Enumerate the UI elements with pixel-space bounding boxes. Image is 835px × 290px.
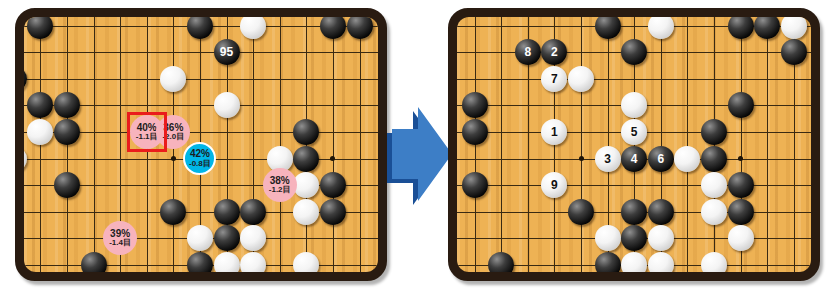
black-stone-numbered: 2 [541,39,567,65]
black-stone [728,199,754,225]
candidate-move-hint[interactable]: 38%-1.2目 [263,168,297,202]
white-stone [24,146,27,172]
grid-line-h [24,79,378,80]
black-stone [728,17,754,39]
white-stone [214,252,240,272]
white-stone [240,252,266,272]
white-stone [648,17,674,39]
page: { "game": "go", "description": "Before/a… [0,0,835,290]
white-stone [781,17,807,39]
black-stone [24,66,27,92]
black-stone [293,146,319,172]
star-point [738,156,743,161]
black-stone [462,92,488,118]
white-stone [293,172,319,198]
black-stone [187,252,213,272]
selected-move-box [127,112,167,152]
black-stone [728,92,754,118]
grid-line-h [457,79,811,80]
board-before[interactable]: 9540%-1.1目36%-2.0目42%-0.8目38%-1.2目39%-1.… [15,8,387,281]
board-after[interactable]: 827153469 [448,8,820,281]
black-stone [701,146,727,172]
white-stone-numbered: 3 [595,146,621,172]
black-stone-numbered: 95 [214,39,240,65]
black-stone [754,17,780,39]
transition-arrow [388,99,454,209]
grid-line-h [24,52,378,53]
black-stone [320,172,346,198]
white-stone [240,225,266,251]
white-stone [701,172,727,198]
white-stone [293,199,319,225]
white-stone [728,225,754,251]
white-stone [595,225,621,251]
black-stone [54,172,80,198]
grid-line-v [501,17,502,272]
black-stone [187,17,213,39]
black-stone [27,92,53,118]
grid-line-v [280,17,281,272]
grid-line-v [360,17,361,272]
star-point [330,156,335,161]
black-stone [214,199,240,225]
white-stone [648,252,674,272]
black-stone [568,199,594,225]
white-stone-numbered: 7 [541,66,567,92]
white-stone-numbered: 9 [541,172,567,198]
black-stone [595,252,621,272]
black-stone [293,119,319,145]
black-stone [648,199,674,225]
hint-score: -1.2目 [269,186,291,194]
grid-line-h [457,185,811,186]
black-stone [462,172,488,198]
star-point [579,156,584,161]
grid-line-v [333,17,334,272]
black-stone [621,39,647,65]
white-stone [214,92,240,118]
white-stone [621,252,647,272]
black-stone [621,199,647,225]
black-stone-numbered: 8 [515,39,541,65]
white-stone [27,119,53,145]
grid-line-v [687,17,688,272]
arrow-body [388,99,454,209]
white-stone [674,146,700,172]
black-stone-numbered: 6 [648,146,674,172]
black-stone [214,225,240,251]
white-stone [621,92,647,118]
black-stone [701,119,727,145]
black-stone [27,17,53,39]
black-stone [320,199,346,225]
black-stone [488,252,514,272]
black-stone [160,199,186,225]
hint-score: -0.8目 [189,160,211,168]
white-stone [701,199,727,225]
black-stone [462,119,488,145]
grid-line-v [94,17,95,272]
black-stone [781,39,807,65]
black-stone [595,17,621,39]
grid-line-v [581,17,582,272]
white-stone [648,225,674,251]
white-stone [701,252,727,272]
black-stone-numbered: 4 [621,146,647,172]
white-stone [293,252,319,272]
candidate-move-hint[interactable]: 39%-1.4目 [103,221,137,255]
white-stone [160,66,186,92]
black-stone [240,199,266,225]
white-stone [568,66,594,92]
black-stone [54,119,80,145]
black-stone [728,172,754,198]
white-stone [187,225,213,251]
black-stone [54,92,80,118]
hint-score: -1.4目 [109,239,131,247]
white-stone [240,17,266,39]
white-stone-numbered: 1 [541,119,567,145]
black-stone [81,252,107,272]
candidate-move-hint[interactable]: 42%-0.8目 [183,142,216,175]
white-stone-numbered: 5 [621,119,647,145]
black-stone [347,17,373,39]
goban-after[interactable]: 827153469 [457,17,811,272]
grid-line-v [767,17,768,272]
black-stone [621,225,647,251]
black-stone [320,17,346,39]
star-point [171,156,176,161]
goban-before[interactable]: 9540%-1.1目36%-2.0目42%-0.8目38%-1.2目39%-1.… [24,17,378,272]
